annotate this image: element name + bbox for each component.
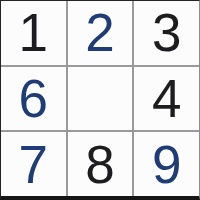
sudoku-cell-r3c1[interactable]: 7 (1, 132, 66, 196)
sudoku-cell-r2c3[interactable]: 4 (134, 67, 199, 131)
sudoku-cell-r2c1[interactable]: 6 (1, 67, 66, 131)
sudoku-cell-r3c3[interactable]: 9 (134, 132, 199, 196)
sudoku-board: 1 2 3 6 4 7 8 9 (0, 0, 200, 200)
sudoku-cell-r1c1[interactable]: 1 (1, 1, 66, 65)
sudoku-cell-r2c2[interactable] (68, 67, 133, 131)
sudoku-cell-r1c3[interactable]: 3 (134, 1, 199, 65)
sudoku-cell-r1c2[interactable]: 2 (68, 1, 133, 65)
sudoku-cell-r3c2[interactable]: 8 (68, 132, 133, 196)
